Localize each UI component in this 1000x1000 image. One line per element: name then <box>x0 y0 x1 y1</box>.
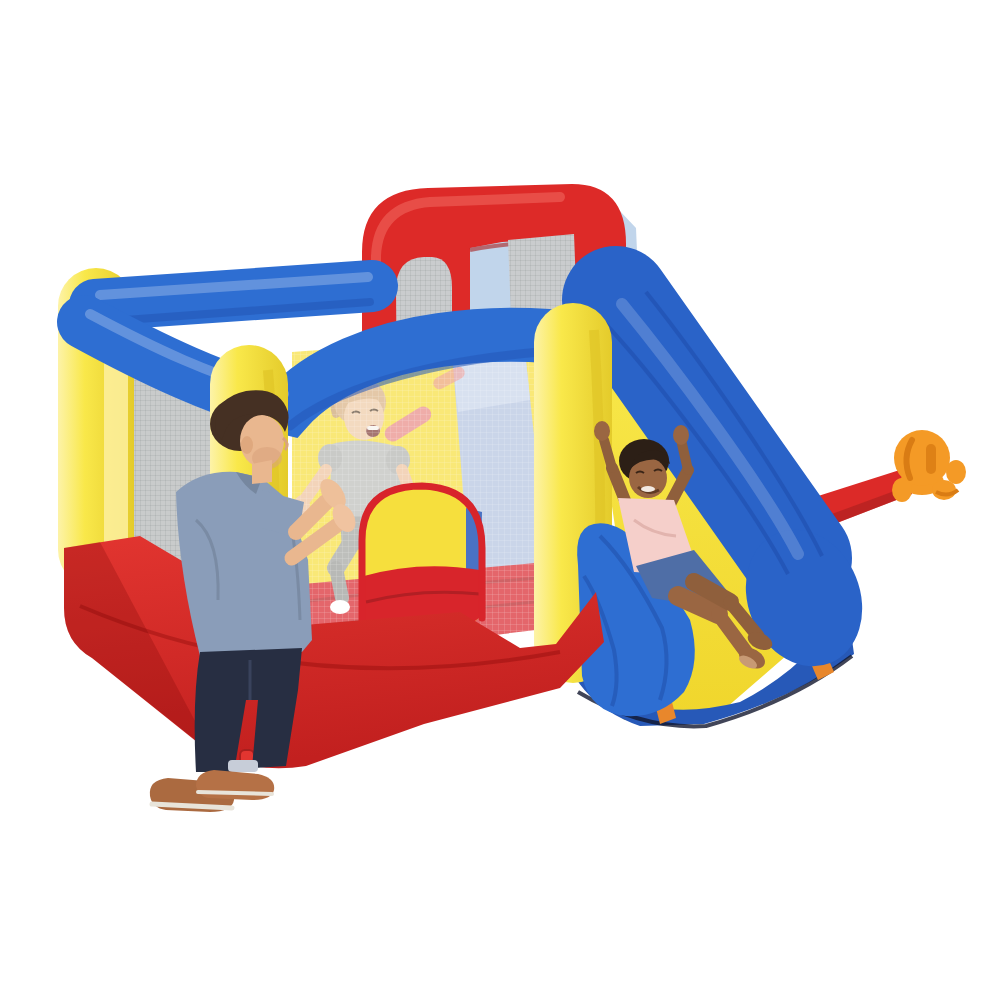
bounce-house-photo <box>0 0 1000 1000</box>
man-shoe-right-sole <box>198 792 272 794</box>
octopus-head <box>894 430 950 486</box>
boy-arm-right-fore <box>682 444 688 470</box>
man-neck <box>252 460 272 484</box>
boy-hand-right <box>673 425 689 445</box>
boy-hand-left <box>594 421 610 441</box>
octopus-eye-shading <box>926 444 936 474</box>
boy-teeth <box>641 486 655 492</box>
man-ear <box>241 436 253 454</box>
man-jean-cuff <box>228 760 258 772</box>
